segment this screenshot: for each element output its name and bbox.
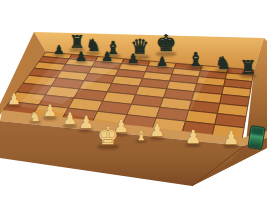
piece-black-k-e8[interactable]: ♚ [156, 32, 177, 55]
piece-white-n-b1[interactable]: ♞ [29, 110, 41, 123]
piece-black-p-d7[interactable]: ♟ [127, 52, 139, 65]
chess-box-scene: ♜♞♚♟♝♛♟♟♟♟♝♞♜♟♟♞♟♟♟♟♝♟♟♚ [0, 0, 267, 200]
wooden-chess-box [0, 0, 267, 200]
piece-black-p-b7[interactable]: ♟ [75, 50, 87, 63]
piece-black-b-f8[interactable]: ♝ [187, 50, 204, 69]
piece-white-b-f1[interactable]: ♝ [135, 129, 147, 142]
piece-black-p-e7[interactable]: ♟ [156, 55, 168, 68]
piece-white-p-b2[interactable]: ♟ [43, 103, 57, 119]
piece-black-n-g8[interactable]: ♞ [215, 54, 231, 72]
piece-white-k-e1[interactable]: ♚ [97, 124, 119, 148]
piece-black-n-b8[interactable]: ♞ [85, 37, 100, 54]
piece-white-p-d2[interactable]: ♟ [78, 114, 93, 131]
piece-black-r-h8[interactable]: ♜ [239, 58, 256, 77]
piece-black-p-c7[interactable]: ♟ [101, 50, 113, 63]
piece-white-p-c2[interactable]: ♟ [63, 111, 77, 127]
piece-white-p-h2[interactable]: ♟ [223, 129, 239, 147]
piece-white-p-a2[interactable]: ♟ [7, 92, 20, 107]
piece-white-p-g2[interactable]: ♟ [185, 128, 201, 146]
piece-black-p-a7[interactable]: ♟ [54, 44, 65, 56]
piece-white-p-f2[interactable]: ♟ [149, 122, 164, 139]
